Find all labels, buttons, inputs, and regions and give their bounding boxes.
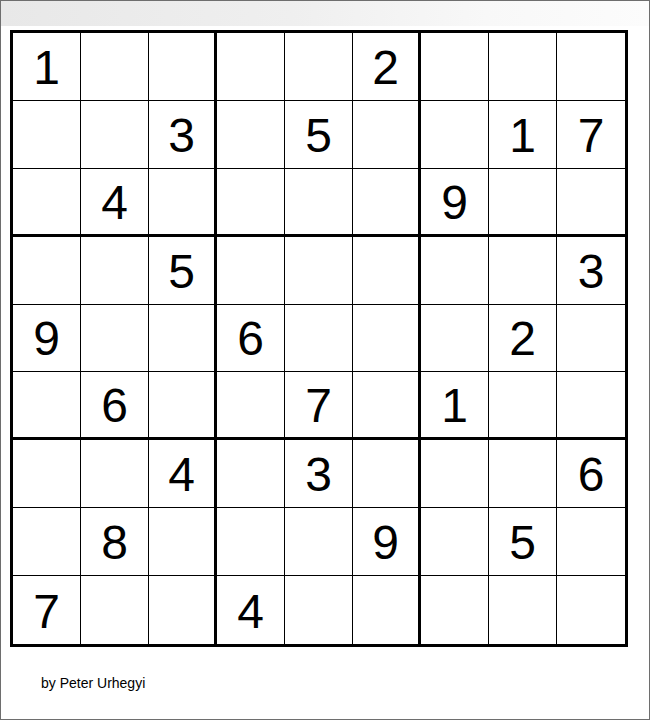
cell-r2c9[interactable]: 7 [557,101,625,169]
cell-r6c9[interactable] [557,372,625,440]
cell-r9c3[interactable] [149,576,217,644]
cell-r7c6[interactable] [353,440,421,508]
cell-r9c9[interactable] [557,576,625,644]
cell-r3c6[interactable] [353,169,421,237]
cell-r1c8[interactable] [489,33,557,101]
cell-r4c8[interactable] [489,237,557,305]
cell-r7c7[interactable] [421,440,489,508]
cell-r1c3[interactable] [149,33,217,101]
cell-r3c8[interactable] [489,169,557,237]
cell-r3c4[interactable] [217,169,285,237]
window-topbar [1,1,649,26]
cell-r8c9[interactable] [557,508,625,576]
cell-r4c9[interactable]: 3 [557,237,625,305]
cell-r2c4[interactable] [217,101,285,169]
cell-r8c6[interactable]: 9 [353,508,421,576]
cell-r5c2[interactable] [81,305,149,373]
cell-r4c7[interactable] [421,237,489,305]
cell-r3c1[interactable] [13,169,81,237]
cell-r8c1[interactable] [13,508,81,576]
cell-r7c3[interactable]: 4 [149,440,217,508]
cell-r4c4[interactable] [217,237,285,305]
cell-r5c6[interactable] [353,305,421,373]
cell-r6c4[interactable] [217,372,285,440]
cell-r5c1[interactable]: 9 [13,305,81,373]
cell-r7c9[interactable]: 6 [557,440,625,508]
cell-r3c5[interactable] [285,169,353,237]
cell-r5c3[interactable] [149,305,217,373]
cell-r8c5[interactable] [285,508,353,576]
cell-r6c5[interactable]: 7 [285,372,353,440]
cell-r1c5[interactable] [285,33,353,101]
cell-r6c6[interactable] [353,372,421,440]
cell-r3c9[interactable] [557,169,625,237]
cell-r2c8[interactable]: 1 [489,101,557,169]
cell-r4c5[interactable] [285,237,353,305]
caption-author: by Peter Urhegyi [41,675,145,691]
cell-r1c7[interactable] [421,33,489,101]
cell-r9c1[interactable]: 7 [13,576,81,644]
cell-r2c1[interactable] [13,101,81,169]
cell-r7c1[interactable] [13,440,81,508]
cell-r9c6[interactable] [353,576,421,644]
cell-r4c2[interactable] [81,237,149,305]
cell-r5c7[interactable] [421,305,489,373]
cell-r7c8[interactable] [489,440,557,508]
cell-r2c5[interactable]: 5 [285,101,353,169]
cell-r3c7[interactable]: 9 [421,169,489,237]
cell-r8c2[interactable]: 8 [81,508,149,576]
cell-r7c2[interactable] [81,440,149,508]
cell-r6c2[interactable]: 6 [81,372,149,440]
cell-r8c3[interactable] [149,508,217,576]
cell-r8c4[interactable] [217,508,285,576]
cell-r8c7[interactable] [421,508,489,576]
cell-r6c8[interactable] [489,372,557,440]
cell-r2c2[interactable] [81,101,149,169]
cell-r1c9[interactable] [557,33,625,101]
cell-r9c7[interactable] [421,576,489,644]
cell-r7c5[interactable]: 3 [285,440,353,508]
cell-r5c8[interactable]: 2 [489,305,557,373]
cell-r9c8[interactable] [489,576,557,644]
cell-r7c4[interactable] [217,440,285,508]
cell-r2c3[interactable]: 3 [149,101,217,169]
cell-r4c6[interactable] [353,237,421,305]
cell-r6c1[interactable] [13,372,81,440]
cell-r8c8[interactable]: 5 [489,508,557,576]
cell-r1c6[interactable]: 2 [353,33,421,101]
cell-r3c2[interactable]: 4 [81,169,149,237]
cell-r5c9[interactable] [557,305,625,373]
cell-r9c4[interactable]: 4 [217,576,285,644]
cell-r9c2[interactable] [81,576,149,644]
cell-r6c7[interactable]: 1 [421,372,489,440]
cell-r4c1[interactable] [13,237,81,305]
cell-r1c4[interactable] [217,33,285,101]
cell-r5c5[interactable] [285,305,353,373]
cell-r9c5[interactable] [285,576,353,644]
cell-r2c6[interactable] [353,101,421,169]
cell-r2c7[interactable] [421,101,489,169]
cell-r1c1[interactable]: 1 [13,33,81,101]
app-frame: 123517495396267143689574 by Peter Urhegy… [0,0,650,720]
cell-r6c3[interactable] [149,372,217,440]
cell-r5c4[interactable]: 6 [217,305,285,373]
cell-r4c3[interactable]: 5 [149,237,217,305]
cell-r1c2[interactable] [81,33,149,101]
sudoku-board: 123517495396267143689574 [10,30,628,647]
cell-r3c3[interactable] [149,169,217,237]
